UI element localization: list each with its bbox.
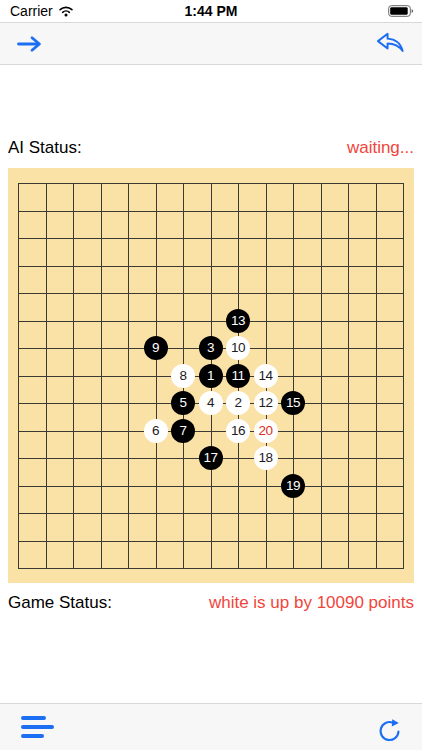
stone-white-16: 16: [226, 419, 250, 443]
top-toolbar: [0, 22, 422, 65]
stone-black-15: 15: [281, 391, 305, 415]
ai-status-row: AI Status: waiting...: [0, 137, 422, 159]
stone-black-5: 5: [171, 391, 195, 415]
game-status-row: Game Status: white is up by 10090 points: [0, 592, 422, 614]
menu-button[interactable]: [21, 714, 54, 738]
stones-layer: 1234567891011121314151617181920: [4, 169, 417, 582]
stone-white-14: 14: [254, 364, 278, 388]
stone-black-1: 1: [199, 364, 223, 388]
stone-white-12: 12: [254, 391, 278, 415]
stone-black-3: 3: [199, 336, 223, 360]
stone-white-20: 20: [254, 419, 278, 443]
stone-black-17: 17: [199, 446, 223, 470]
stone-black-19: 19: [281, 474, 305, 498]
battery-icon: [388, 5, 414, 17]
ai-status-value: waiting...: [347, 138, 414, 158]
stone-white-8: 8: [171, 364, 195, 388]
right-arrow-icon: [16, 35, 43, 53]
stone-black-13: 13: [226, 309, 250, 333]
undo-button[interactable]: [372, 28, 410, 60]
bottom-toolbar: [0, 703, 422, 750]
stone-black-9: 9: [144, 336, 168, 360]
game-status-value: white is up by 10090 points: [209, 593, 414, 613]
stone-white-18: 18: [254, 446, 278, 470]
game-status-label: Game Status:: [8, 593, 112, 613]
stone-white-2: 2: [226, 391, 250, 415]
board[interactable]: 1234567891011121314151617181920: [8, 168, 414, 583]
status-bar: Carrier 1:44 PM: [0, 0, 422, 22]
forward-button[interactable]: [12, 31, 47, 57]
stone-white-10: 10: [226, 336, 250, 360]
ai-status-label: AI Status:: [8, 138, 82, 158]
stone-black-7: 7: [171, 419, 195, 443]
refresh-icon: [377, 718, 402, 744]
stone-black-11: 11: [226, 364, 250, 388]
wifi-icon: [58, 5, 74, 17]
refresh-button[interactable]: [373, 714, 406, 748]
stone-white-6: 6: [144, 419, 168, 443]
menu-lines-icon: [21, 716, 46, 720]
carrier-label: Carrier: [10, 3, 53, 19]
undo-reply-arrow-icon: [376, 32, 406, 56]
stone-white-4: 4: [199, 391, 223, 415]
